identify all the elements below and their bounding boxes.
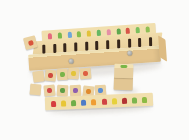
slot-4[interactable] bbox=[74, 42, 77, 51]
tile-strawberry[interactable] bbox=[80, 68, 92, 80]
cube-bottom bbox=[114, 77, 133, 91]
tile-blank-1[interactable] bbox=[32, 70, 44, 82]
tile-apple[interactable] bbox=[44, 69, 56, 81]
cube-stack-icon bbox=[120, 65, 127, 68]
apple-icon bbox=[48, 73, 53, 78]
slot-1[interactable] bbox=[42, 45, 45, 54]
tile-blank-2[interactable] bbox=[30, 84, 42, 96]
category-caterpillar-icon bbox=[97, 29, 101, 35]
cube-stack[interactable] bbox=[114, 64, 135, 93]
grapes-icon bbox=[73, 88, 78, 93]
tile-tree[interactable] bbox=[57, 85, 69, 97]
slot-2[interactable] bbox=[53, 44, 56, 53]
slot-6[interactable] bbox=[96, 41, 99, 50]
tile-banana[interactable] bbox=[68, 68, 80, 80]
category-yellow-tree-icon bbox=[87, 30, 91, 36]
category-toadstool-icon bbox=[126, 27, 130, 33]
fruit-strawberry-icon bbox=[51, 100, 56, 106]
strawberry-icon bbox=[83, 71, 88, 76]
fruit-chili-pepper-icon bbox=[101, 98, 106, 104]
category-bush-icon bbox=[145, 26, 149, 32]
fruit-apple-icon bbox=[122, 97, 127, 103]
slot-7[interactable] bbox=[106, 40, 109, 49]
slot-11[interactable] bbox=[149, 37, 152, 46]
fruit-pear-icon bbox=[132, 97, 137, 103]
fruit-green-grapes-icon bbox=[71, 100, 76, 106]
pear-icon bbox=[60, 72, 65, 77]
fruit-blueberries-icon bbox=[81, 99, 86, 105]
fruit-lemon-icon bbox=[112, 98, 117, 104]
category-green-tree-icon bbox=[136, 26, 140, 32]
category-pink-tree-icon bbox=[106, 29, 110, 35]
slot-9[interactable] bbox=[128, 39, 131, 48]
fruit-green-apple-icon bbox=[142, 96, 147, 102]
slot-3[interactable] bbox=[64, 43, 67, 52]
toadstool-icon bbox=[27, 40, 33, 46]
category-bird-icon bbox=[67, 31, 71, 37]
banana-icon bbox=[71, 71, 76, 76]
carrot-icon bbox=[86, 89, 91, 94]
tile-cherry[interactable] bbox=[43, 84, 55, 96]
tree-icon bbox=[60, 88, 65, 93]
fruit-banana-icon bbox=[61, 100, 66, 106]
cube-top bbox=[114, 64, 133, 79]
category-flamingo-icon bbox=[48, 33, 52, 39]
latch-screw-left[interactable] bbox=[69, 59, 74, 64]
latch-screw-right[interactable] bbox=[127, 51, 132, 56]
category-cactus-icon bbox=[57, 32, 61, 38]
category-tree-icon bbox=[77, 31, 81, 37]
tile-grapes[interactable] bbox=[70, 85, 82, 97]
category-pine-tree-icon bbox=[116, 28, 120, 34]
fruit-orange-icon bbox=[91, 99, 96, 105]
slot-8[interactable] bbox=[117, 39, 120, 48]
slot-5[interactable] bbox=[85, 42, 88, 51]
tile-pear[interactable] bbox=[57, 69, 69, 81]
cherry-icon bbox=[47, 88, 52, 93]
slot-10[interactable] bbox=[138, 38, 141, 47]
whale-icon bbox=[98, 88, 103, 93]
photo-stage bbox=[0, 0, 189, 140]
